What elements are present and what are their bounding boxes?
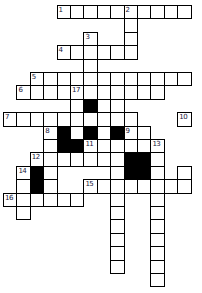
crossword-cell[interactable]: [97, 5, 111, 19]
crossword-cell[interactable]: [110, 260, 124, 274]
crossword-cell[interactable]: [110, 166, 124, 180]
crossword-cell[interactable]: [137, 72, 151, 86]
crossword-cell[interactable]: [124, 32, 138, 46]
clue-number: 11: [85, 140, 93, 148]
clue-number: 2: [126, 6, 130, 14]
crossword-cell[interactable]: [43, 112, 57, 126]
crossword-cell[interactable]: 4: [57, 45, 71, 59]
crossword-cell[interactable]: 12: [30, 152, 44, 166]
crossword-cell[interactable]: [110, 72, 124, 86]
crossword-cell[interactable]: [97, 112, 111, 126]
clue-number: 8: [45, 127, 49, 135]
blocked-cell: [30, 166, 44, 180]
crossword-cell[interactable]: [150, 193, 164, 207]
crossword-cell[interactable]: [150, 260, 164, 274]
crossword-cell[interactable]: [150, 219, 164, 233]
blocked-cell: [137, 152, 151, 166]
crossword-cell[interactable]: [150, 246, 164, 260]
crossword-cell[interactable]: [16, 193, 30, 207]
blocked-cell: [57, 126, 71, 140]
crossword-cell[interactable]: [70, 126, 84, 140]
crossword-cell[interactable]: [83, 85, 97, 99]
crossword-cell[interactable]: 15: [83, 179, 97, 193]
crossword-cell[interactable]: [57, 152, 71, 166]
crossword-cell[interactable]: [83, 152, 97, 166]
crossword-cell[interactable]: 2: [124, 5, 138, 19]
crossword-cell[interactable]: 9: [124, 126, 138, 140]
crossword-cell[interactable]: 11: [83, 139, 97, 153]
crossword-cell[interactable]: [97, 139, 111, 153]
crossword-cell[interactable]: [164, 72, 178, 86]
crossword-cell[interactable]: 10: [177, 112, 191, 126]
blocked-cell: [70, 139, 84, 153]
clue-number: 10: [179, 113, 187, 121]
clue-number: 15: [85, 180, 93, 188]
crossword-cell[interactable]: 14: [16, 166, 30, 180]
crossword-cell[interactable]: [110, 206, 124, 220]
clue-number: 4: [59, 46, 63, 54]
crossword-cell[interactable]: [124, 179, 138, 193]
crossword-cell[interactable]: [110, 99, 124, 113]
crossword-cell[interactable]: [137, 179, 151, 193]
clue-number: 17: [72, 86, 80, 94]
blocked-cell: [110, 126, 124, 140]
crossword-cell[interactable]: [57, 85, 71, 99]
crossword-cell[interactable]: [177, 72, 191, 86]
crossword-cell[interactable]: [177, 166, 191, 180]
crossword-cell[interactable]: 7: [3, 112, 17, 126]
crossword-cell[interactable]: [97, 72, 111, 86]
crossword-cell[interactable]: [16, 179, 30, 193]
crossword-cell[interactable]: [43, 139, 57, 153]
crossword-cell[interactable]: [150, 233, 164, 247]
crossword-cell[interactable]: 5: [30, 72, 44, 86]
clue-number: 14: [18, 167, 26, 175]
crossword-cell[interactable]: 8: [43, 126, 57, 140]
crossword-cell[interactable]: [164, 179, 178, 193]
crossword-cell[interactable]: [70, 99, 84, 113]
crossword-cell[interactable]: [124, 72, 138, 86]
blocked-cell: [137, 166, 151, 180]
crossword-cell[interactable]: [150, 166, 164, 180]
clue-number: 16: [5, 194, 13, 202]
crossword-cell[interactable]: [83, 72, 97, 86]
crossword-cell[interactable]: [124, 139, 138, 153]
crossword-cell[interactable]: [43, 85, 57, 99]
crossword-cell[interactable]: [16, 112, 30, 126]
crossword-cell[interactable]: [137, 139, 151, 153]
clue-number: 6: [18, 86, 22, 94]
crossword-cell[interactable]: [70, 5, 84, 19]
crossword-cell[interactable]: [137, 5, 151, 19]
crossword-cell[interactable]: [43, 166, 57, 180]
crossword-cell[interactable]: [110, 219, 124, 233]
clue-number: 9: [126, 127, 130, 135]
crossword-cell[interactable]: 13: [150, 139, 164, 153]
crossword-cell[interactable]: [164, 5, 178, 19]
crossword-cell[interactable]: [70, 45, 84, 59]
crossword-cell[interactable]: 17: [70, 85, 84, 99]
crossword-cell[interactable]: [70, 72, 84, 86]
crossword-cell[interactable]: [110, 193, 124, 207]
crossword-cell[interactable]: [43, 193, 57, 207]
clue-number: 5: [32, 73, 36, 81]
crossword-cell[interactable]: [110, 112, 124, 126]
crossword-cell[interactable]: [150, 72, 164, 86]
crossword-cell[interactable]: [70, 193, 84, 207]
crossword-cell[interactable]: [177, 179, 191, 193]
crossword-cell[interactable]: [110, 5, 124, 19]
crossword-cell[interactable]: [70, 152, 84, 166]
crossword-cell[interactable]: [150, 85, 164, 99]
crossword-cell[interactable]: [43, 179, 57, 193]
crossword-cell[interactable]: [43, 72, 57, 86]
crossword-cell[interactable]: [150, 179, 164, 193]
crossword-cell[interactable]: [150, 5, 164, 19]
crossword-cell[interactable]: [150, 273, 164, 287]
crossword-cell[interactable]: [124, 45, 138, 59]
crossword-cell[interactable]: [83, 5, 97, 19]
crossword-cell[interactable]: [124, 112, 138, 126]
clue-number: 3: [85, 33, 89, 41]
blocked-cell: [83, 126, 97, 140]
crossword-cell[interactable]: [70, 112, 84, 126]
clue-number: 7: [5, 113, 9, 121]
clue-number: 13: [152, 140, 160, 148]
crossword-cell[interactable]: [57, 112, 71, 126]
crossword-cell[interactable]: [30, 112, 44, 126]
clue-number: 1: [59, 6, 63, 14]
crossword-cell[interactable]: [57, 193, 71, 207]
crossword-board: 1234561771089111312141516: [0, 0, 202, 293]
crossword-cell[interactable]: 3: [83, 32, 97, 46]
blocked-cell: [124, 152, 138, 166]
crossword-cell[interactable]: [43, 152, 57, 166]
crossword-screenshot: 1234561771089111312141516: [0, 0, 202, 293]
crossword-cell[interactable]: [110, 152, 124, 166]
blocked-cell: [83, 99, 97, 113]
crossword-cell[interactable]: [30, 193, 44, 207]
crossword-cell[interactable]: [124, 18, 138, 32]
crossword-cell[interactable]: [16, 206, 30, 220]
crossword-cell[interactable]: [83, 59, 97, 73]
crossword-cell[interactable]: [97, 45, 111, 59]
crossword-cell[interactable]: [177, 5, 191, 19]
crossword-cell[interactable]: [83, 45, 97, 59]
crossword-cell[interactable]: [124, 85, 138, 99]
crossword-cell[interactable]: [110, 179, 124, 193]
crossword-cell[interactable]: [110, 139, 124, 153]
crossword-cell[interactable]: [97, 179, 111, 193]
blocked-cell: [124, 166, 138, 180]
crossword-cell[interactable]: 1: [57, 5, 71, 19]
crossword-cell[interactable]: [97, 152, 111, 166]
crossword-cell[interactable]: [110, 45, 124, 59]
crossword-cell[interactable]: [110, 246, 124, 260]
crossword-cell[interactable]: [97, 85, 111, 99]
clue-number: 12: [32, 153, 40, 161]
crossword-cell[interactable]: [30, 85, 44, 99]
crossword-cell[interactable]: [137, 126, 151, 140]
crossword-cell[interactable]: [150, 152, 164, 166]
crossword-cell[interactable]: [137, 85, 151, 99]
crossword-cell[interactable]: [150, 206, 164, 220]
crossword-cell[interactable]: [57, 72, 71, 86]
blocked-cell: [30, 179, 44, 193]
crossword-cell[interactable]: [97, 126, 111, 140]
crossword-cell[interactable]: 16: [3, 193, 17, 207]
crossword-cell[interactable]: 6: [16, 85, 30, 99]
crossword-cell[interactable]: [110, 85, 124, 99]
crossword-cell[interactable]: [110, 233, 124, 247]
blocked-cell: [57, 139, 71, 153]
crossword-cell[interactable]: [83, 112, 97, 126]
